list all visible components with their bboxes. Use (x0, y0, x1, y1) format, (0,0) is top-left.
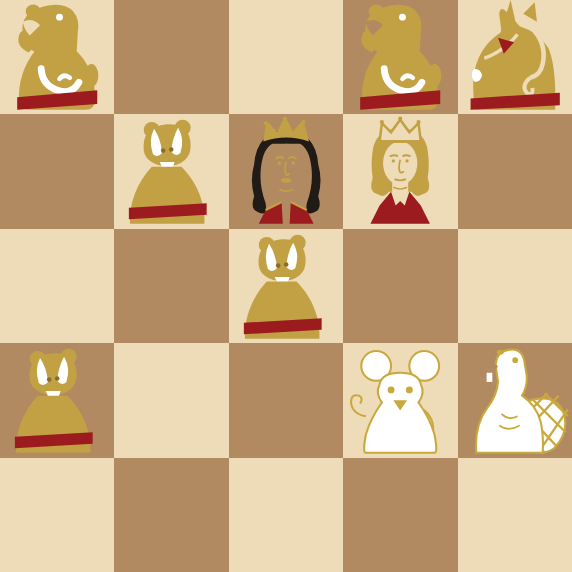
square-c5[interactable] (229, 0, 343, 114)
square-a3[interactable] (0, 229, 114, 343)
square-c4[interactable] (229, 114, 343, 228)
square-a5[interactable] (0, 0, 114, 114)
square-a2[interactable] (0, 343, 114, 457)
white-beaver-piece[interactable] (458, 343, 572, 457)
gold-badger-piece[interactable] (229, 229, 343, 343)
square-d5[interactable] (343, 0, 457, 114)
gold-badger-icon (0, 343, 114, 457)
square-d4[interactable] (343, 114, 457, 228)
gold-unicorn-piece[interactable] (458, 0, 572, 114)
square-b5[interactable] (114, 0, 228, 114)
gold-bear-piece[interactable] (343, 0, 457, 114)
square-b3[interactable] (114, 229, 228, 343)
square-c3[interactable] (229, 229, 343, 343)
square-b1[interactable] (114, 458, 228, 572)
gold-bear-icon (0, 0, 114, 114)
gold-badger-piece[interactable] (114, 114, 228, 228)
gold-queen-piece[interactable] (229, 114, 343, 228)
square-b4[interactable] (114, 114, 228, 228)
square-a1[interactable] (0, 458, 114, 572)
gold-badger-piece[interactable] (0, 343, 114, 457)
square-e3[interactable] (458, 229, 572, 343)
gold-badger-icon (229, 229, 343, 343)
square-b2[interactable] (114, 343, 228, 457)
square-e5[interactable] (458, 0, 572, 114)
square-d3[interactable] (343, 229, 457, 343)
white-beaver-icon (458, 343, 572, 457)
game-board (0, 0, 572, 572)
square-e2[interactable] (458, 343, 572, 457)
gold-queen-icon (229, 114, 343, 228)
square-c2[interactable] (229, 343, 343, 457)
gold-unicorn-icon (458, 0, 572, 114)
square-a4[interactable] (0, 114, 114, 228)
gold-king-icon (343, 114, 457, 228)
square-d2[interactable] (343, 343, 457, 457)
gold-bear-icon (343, 0, 457, 114)
gold-bear-piece[interactable] (0, 0, 114, 114)
square-d1[interactable] (343, 458, 457, 572)
square-c1[interactable] (229, 458, 343, 572)
square-e1[interactable] (458, 458, 572, 572)
gold-badger-icon (114, 114, 228, 228)
white-mouse-icon (343, 343, 457, 457)
gold-king-piece[interactable] (343, 114, 457, 228)
square-e4[interactable] (458, 114, 572, 228)
white-mouse-piece[interactable] (343, 343, 457, 457)
